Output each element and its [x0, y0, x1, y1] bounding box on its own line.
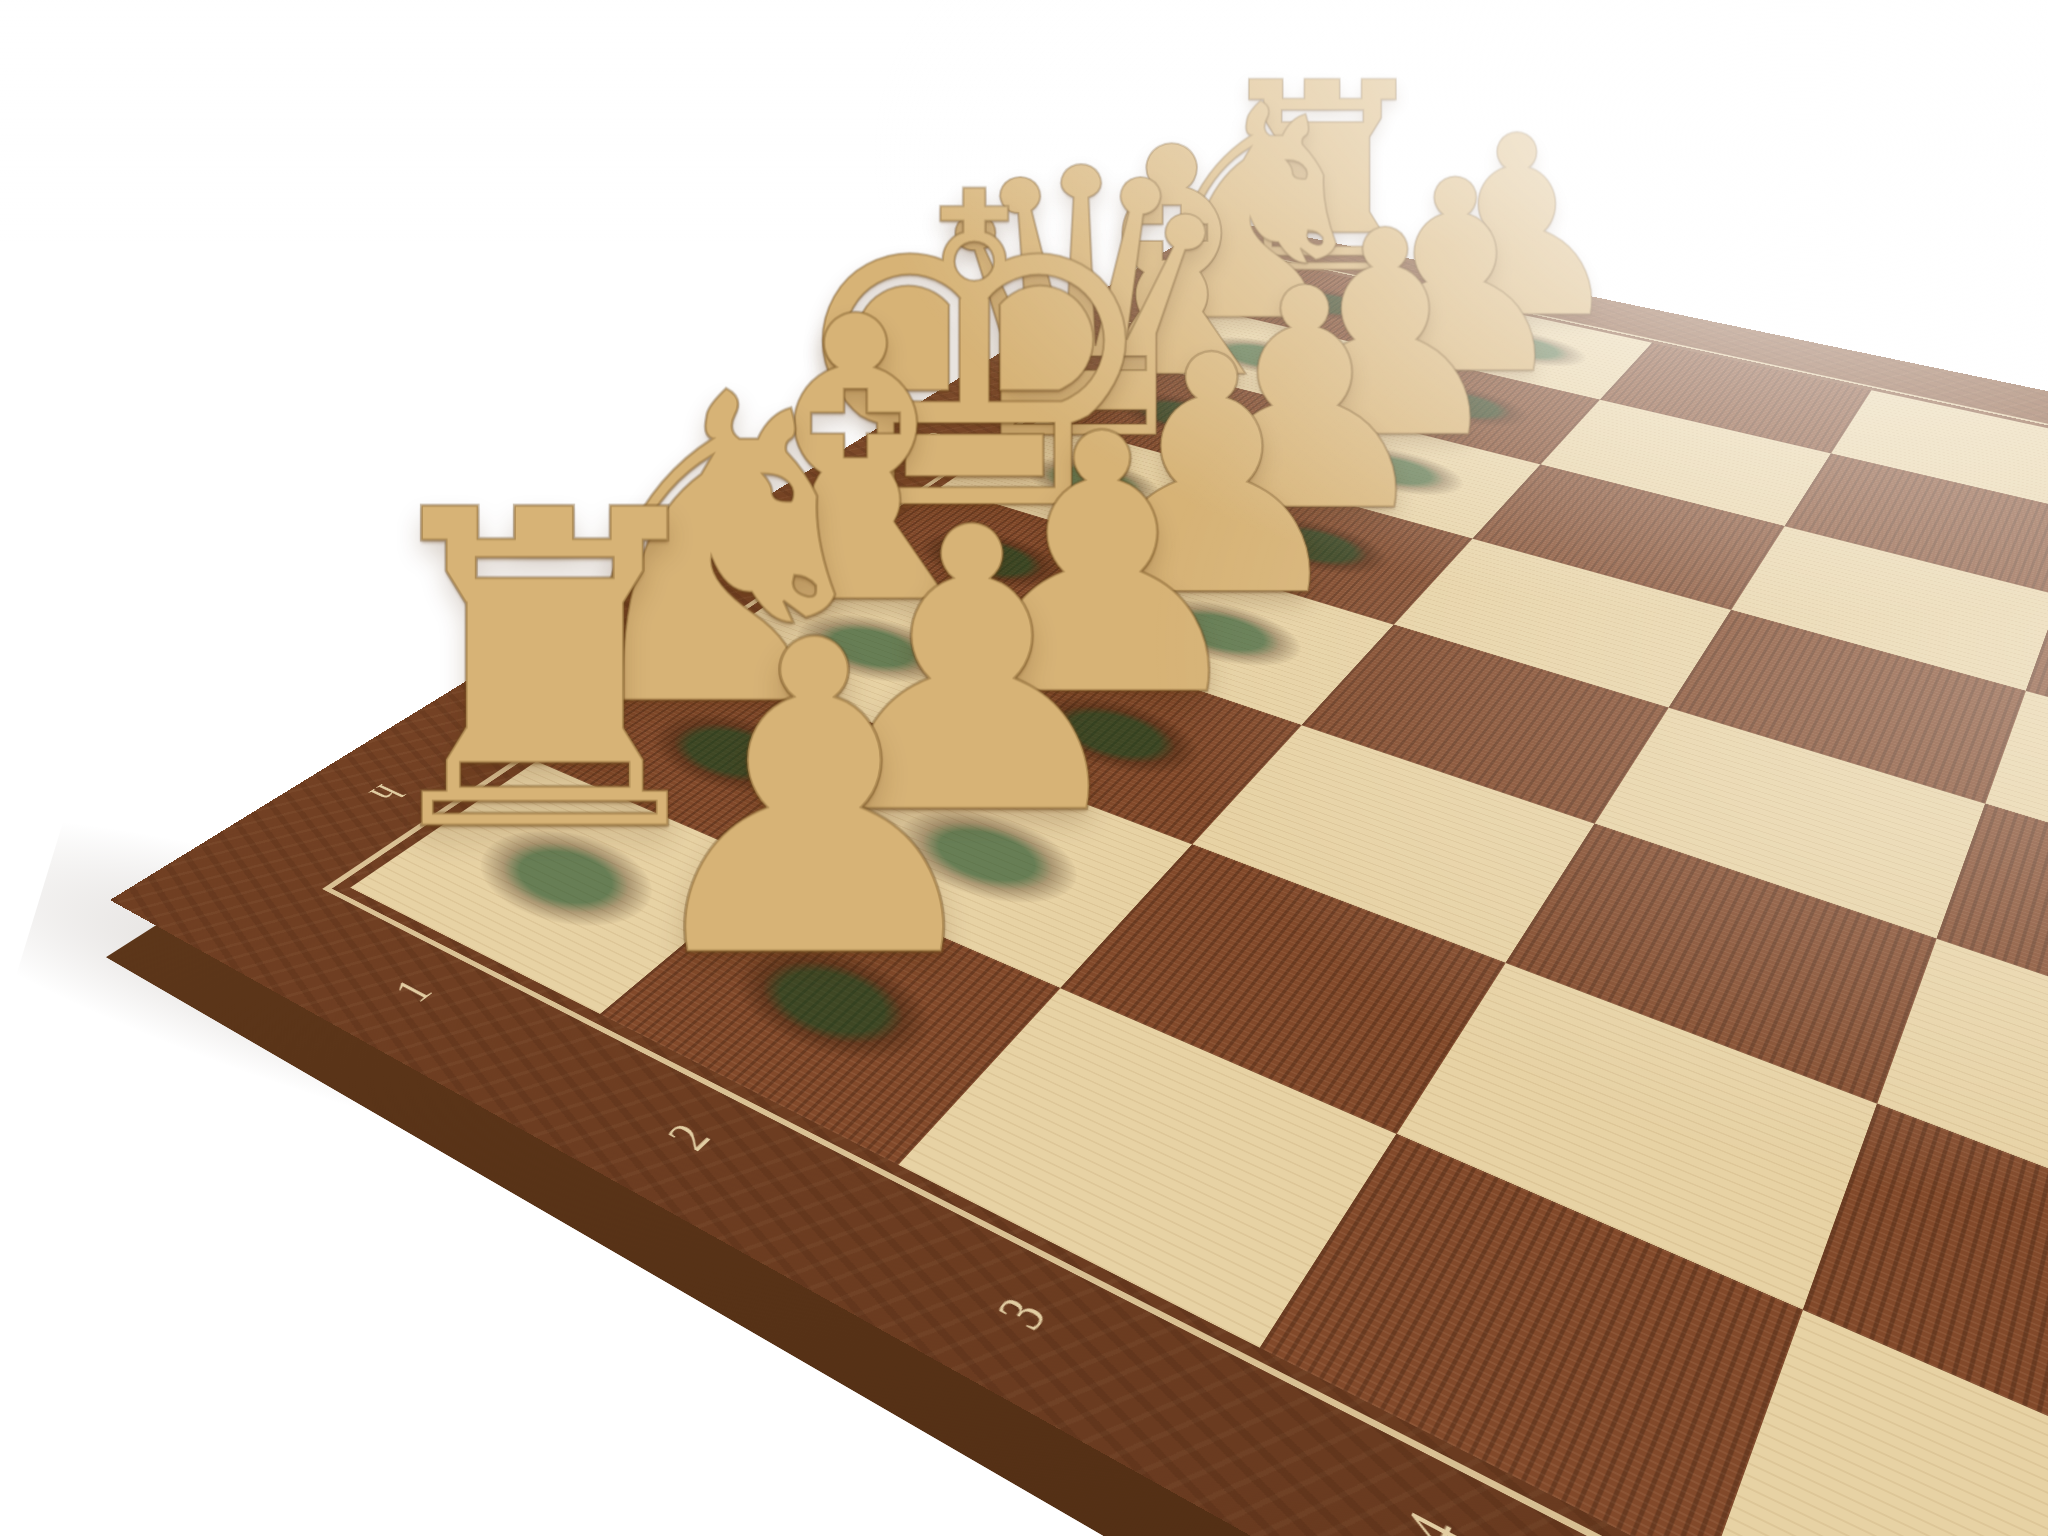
chess-board: abcdefgh12345678 ♜♞♝♚♛♝♞♜♟♟♟♟♟♟♟♟: [110, 219, 2048, 1536]
board-surface: abcdefgh12345678 ♜♞♝♚♛♝♞♜♟♟♟♟♟♟♟♟: [110, 219, 2048, 1536]
scene: abcdefgh12345678 ♜♞♝♚♛♝♞♜♟♟♟♟♟♟♟♟: [0, 0, 2048, 1536]
pawn-icon: ♟: [598, 585, 1030, 1017]
photo-stage: abcdefgh12345678 ♜♞♝♚♛♝♞♜♟♟♟♟♟♟♟♟: [0, 0, 2048, 1536]
